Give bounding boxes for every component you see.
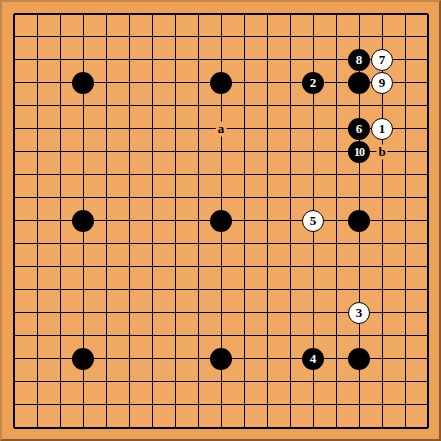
black-stone-K4 <box>210 348 232 370</box>
black-stone-K16 <box>210 72 232 94</box>
black-stone-move-6: 6 <box>348 118 370 140</box>
move-number: 6 <box>356 122 363 135</box>
black-stone-Q10 <box>348 210 370 232</box>
black-stone-D10 <box>72 210 94 232</box>
black-stone-Q16 <box>348 72 370 94</box>
move-number: 5 <box>310 214 317 227</box>
board-label-b: b <box>376 144 387 159</box>
board-label-a: a <box>216 121 227 136</box>
black-stone-move-10: 10 <box>348 141 370 163</box>
move-number: 2 <box>310 76 317 89</box>
black-stone-Q4 <box>348 348 370 370</box>
black-stone-move-4: 4 <box>302 348 324 370</box>
black-stone-K10 <box>210 210 232 232</box>
move-number: 9 <box>379 76 386 89</box>
white-stone-move-7: 7 <box>371 49 393 71</box>
white-stone-move-1: 1 <box>371 118 393 140</box>
move-number: 8 <box>356 53 363 66</box>
move-number: 7 <box>379 53 386 66</box>
move-number: 4 <box>310 352 317 365</box>
black-stone-D4 <box>72 348 94 370</box>
move-number: 3 <box>356 306 363 319</box>
black-stone-move-8: 8 <box>348 49 370 71</box>
white-stone-move-5: 5 <box>302 210 324 232</box>
go-board: ab12345678910 <box>0 0 441 441</box>
move-number: 10 <box>354 145 364 157</box>
move-number: 1 <box>379 122 386 135</box>
black-stone-move-2: 2 <box>302 72 324 94</box>
white-stone-move-3: 3 <box>348 302 370 324</box>
white-stone-move-9: 9 <box>371 72 393 94</box>
black-stone-D16 <box>72 72 94 94</box>
